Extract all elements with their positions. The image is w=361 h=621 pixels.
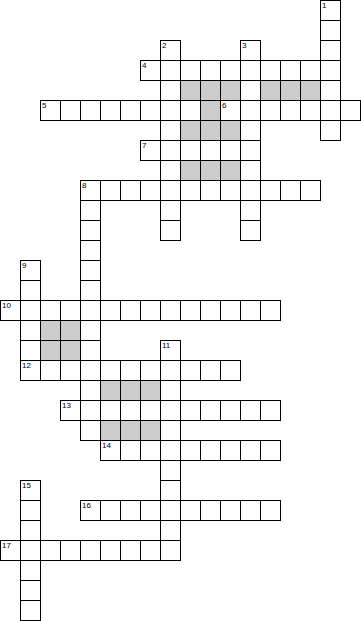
answer-cell[interactable]: 4	[140, 60, 161, 81]
answer-cell[interactable]	[80, 320, 101, 341]
answer-cell[interactable]	[320, 40, 341, 61]
answer-cell[interactable]: 9	[20, 260, 41, 281]
shaded-cell	[200, 160, 221, 181]
answer-cell[interactable]	[240, 440, 261, 461]
shaded-cell	[40, 340, 61, 361]
answer-cell[interactable]	[140, 540, 161, 561]
answer-cell[interactable]	[240, 300, 261, 321]
answer-cell[interactable]	[160, 540, 181, 561]
shaded-cell	[200, 120, 221, 141]
answer-cell[interactable]	[20, 540, 41, 561]
answer-cell[interactable]	[120, 300, 141, 321]
clue-number: 1	[322, 1, 326, 10]
answer-cell[interactable]	[220, 360, 241, 381]
answer-cell[interactable]	[80, 280, 101, 301]
shaded-cell	[40, 320, 61, 341]
answer-cell[interactable]	[100, 180, 121, 201]
clue-number: 6	[222, 101, 226, 110]
answer-cell[interactable]	[140, 440, 161, 461]
shaded-cell	[180, 80, 201, 101]
answer-cell[interactable]	[20, 500, 41, 521]
answer-cell[interactable]	[200, 400, 221, 421]
answer-cell[interactable]	[180, 360, 201, 381]
answer-cell[interactable]	[40, 300, 61, 321]
answer-cell[interactable]	[180, 500, 201, 521]
answer-cell[interactable]	[140, 300, 161, 321]
answer-cell[interactable]	[160, 400, 181, 421]
answer-cell[interactable]	[260, 300, 281, 321]
shaded-cell	[100, 380, 121, 401]
clue-number: 7	[142, 141, 146, 150]
shaded-cell	[140, 380, 161, 401]
clue-number: 5	[42, 101, 46, 110]
answer-cell[interactable]	[260, 500, 281, 521]
answer-cell[interactable]: 15	[20, 480, 41, 501]
answer-cell[interactable]: 7	[140, 140, 161, 161]
shaded-cell	[260, 80, 281, 101]
answer-cell[interactable]	[220, 140, 241, 161]
answer-cell[interactable]	[20, 300, 41, 321]
answer-cell[interactable]	[220, 60, 241, 81]
answer-cell[interactable]	[180, 180, 201, 201]
answer-cell[interactable]	[240, 120, 261, 141]
answer-cell[interactable]	[160, 300, 181, 321]
clue-number: 16	[82, 501, 91, 510]
answer-cell[interactable]	[160, 460, 181, 481]
answer-cell[interactable]: 1	[320, 0, 341, 21]
answer-cell[interactable]	[160, 480, 181, 501]
answer-cell[interactable]	[240, 400, 261, 421]
answer-cell[interactable]: 17	[0, 540, 21, 561]
answer-cell[interactable]	[340, 100, 361, 121]
answer-cell[interactable]	[120, 100, 141, 121]
answer-cell[interactable]	[80, 420, 101, 441]
answer-cell[interactable]: 12	[20, 360, 41, 381]
answer-cell[interactable]	[160, 160, 181, 181]
answer-cell[interactable]: 6	[220, 100, 241, 121]
answer-cell[interactable]	[200, 300, 221, 321]
answer-cell[interactable]: 13	[60, 400, 81, 421]
crossword-grid: 1234567891011121314151617	[0, 0, 361, 621]
answer-cell[interactable]	[20, 340, 41, 361]
answer-cell[interactable]	[140, 400, 161, 421]
answer-cell[interactable]	[180, 300, 201, 321]
answer-cell[interactable]	[60, 360, 81, 381]
clue-number: 12	[22, 361, 31, 370]
answer-cell[interactable]	[260, 60, 281, 81]
answer-cell[interactable]	[260, 440, 281, 461]
answer-cell[interactable]	[160, 420, 181, 441]
answer-cell[interactable]	[80, 360, 101, 381]
clue-number: 14	[102, 441, 111, 450]
answer-cell[interactable]	[60, 540, 81, 561]
answer-cell[interactable]	[240, 140, 261, 161]
shaded-cell	[60, 340, 81, 361]
answer-cell[interactable]	[160, 80, 181, 101]
answer-cell[interactable]	[80, 200, 101, 221]
answer-cell[interactable]	[80, 400, 101, 421]
shaded-cell	[220, 120, 241, 141]
answer-cell[interactable]	[220, 400, 241, 421]
answer-cell[interactable]	[80, 220, 101, 241]
shaded-cell	[120, 420, 141, 441]
answer-cell[interactable]	[320, 20, 341, 41]
shaded-cell	[200, 100, 221, 121]
answer-cell[interactable]	[20, 280, 41, 301]
answer-cell[interactable]	[140, 100, 161, 121]
shaded-cell	[180, 160, 201, 181]
answer-cell[interactable]	[40, 360, 61, 381]
answer-cell[interactable]	[20, 580, 41, 601]
answer-cell[interactable]	[300, 100, 321, 121]
shaded-cell	[140, 420, 161, 441]
answer-cell[interactable]	[240, 100, 261, 121]
answer-cell[interactable]	[260, 400, 281, 421]
answer-cell[interactable]	[320, 100, 341, 121]
shaded-cell	[220, 80, 241, 101]
answer-cell[interactable]	[120, 440, 141, 461]
answer-cell[interactable]	[220, 500, 241, 521]
answer-cell[interactable]	[200, 140, 221, 161]
shaded-cell	[220, 160, 241, 181]
answer-cell[interactable]	[260, 100, 281, 121]
answer-cell[interactable]: 10	[0, 300, 21, 321]
answer-cell[interactable]	[280, 180, 301, 201]
answer-cell[interactable]	[160, 100, 181, 121]
clue-number: 9	[22, 261, 26, 270]
answer-cell[interactable]	[80, 260, 101, 281]
answer-cell[interactable]	[80, 240, 101, 261]
answer-cell[interactable]	[240, 500, 261, 521]
answer-cell[interactable]	[40, 540, 61, 561]
answer-cell[interactable]	[160, 180, 181, 201]
answer-cell[interactable]	[180, 60, 201, 81]
answer-cell[interactable]	[200, 180, 221, 201]
clue-number: 8	[82, 181, 86, 190]
answer-cell[interactable]	[80, 100, 101, 121]
answer-cell[interactable]	[320, 60, 341, 81]
answer-cell[interactable]	[100, 300, 121, 321]
answer-cell[interactable]: 2	[160, 40, 181, 61]
answer-cell[interactable]: 14	[100, 440, 121, 461]
clue-number: 11	[162, 341, 170, 350]
answer-cell[interactable]	[120, 400, 141, 421]
answer-cell[interactable]	[160, 140, 181, 161]
answer-cell[interactable]	[300, 180, 321, 201]
answer-cell[interactable]	[80, 300, 101, 321]
answer-cell[interactable]: 11	[160, 340, 181, 361]
answer-cell[interactable]	[200, 360, 221, 381]
answer-cell[interactable]	[100, 540, 121, 561]
answer-cell[interactable]	[260, 180, 281, 201]
answer-cell[interactable]	[240, 160, 261, 181]
answer-cell[interactable]	[160, 60, 181, 81]
answer-cell[interactable]	[200, 60, 221, 81]
answer-cell[interactable]: 16	[80, 500, 101, 521]
answer-cell[interactable]	[20, 320, 41, 341]
shaded-cell	[60, 320, 81, 341]
shaded-cell	[120, 380, 141, 401]
answer-cell[interactable]	[140, 360, 161, 381]
answer-cell[interactable]	[180, 100, 201, 121]
clue-number: 4	[142, 61, 146, 70]
answer-cell[interactable]	[20, 520, 41, 541]
answer-cell[interactable]	[20, 600, 41, 621]
clue-number: 15	[22, 481, 31, 490]
answer-cell[interactable]	[200, 440, 221, 461]
answer-cell[interactable]	[100, 360, 121, 381]
answer-cell[interactable]	[80, 340, 101, 361]
answer-cell[interactable]: 3	[240, 40, 261, 61]
answer-cell[interactable]	[120, 540, 141, 561]
answer-cell[interactable]	[180, 440, 201, 461]
answer-cell[interactable]	[100, 500, 121, 521]
answer-cell[interactable]	[80, 540, 101, 561]
answer-cell[interactable]	[60, 300, 81, 321]
answer-cell[interactable]	[300, 60, 321, 81]
shaded-cell	[280, 80, 301, 101]
shaded-cell	[100, 420, 121, 441]
answer-cell[interactable]	[160, 440, 181, 461]
shaded-cell	[200, 80, 221, 101]
shaded-cell	[180, 120, 201, 141]
answer-cell[interactable]	[220, 300, 241, 321]
answer-cell[interactable]	[160, 520, 181, 541]
answer-cell[interactable]	[280, 60, 301, 81]
answer-cell[interactable]	[100, 100, 121, 121]
answer-cell[interactable]	[320, 120, 341, 141]
answer-cell[interactable]	[100, 400, 121, 421]
answer-cell[interactable]	[240, 220, 261, 241]
answer-cell[interactable]	[320, 80, 341, 101]
answer-cell[interactable]	[160, 120, 181, 141]
answer-cell[interactable]	[80, 380, 101, 401]
clue-number: 2	[162, 41, 166, 50]
answer-cell[interactable]	[160, 380, 181, 401]
answer-cell[interactable]	[20, 560, 41, 581]
answer-cell[interactable]	[120, 180, 141, 201]
answer-cell[interactable]	[200, 500, 221, 521]
answer-cell[interactable]	[160, 500, 181, 521]
answer-cell[interactable]	[140, 180, 161, 201]
answer-cell[interactable]	[160, 220, 181, 241]
clue-number: 17	[2, 541, 11, 550]
answer-cell[interactable]	[280, 100, 301, 121]
answer-cell[interactable]	[240, 80, 261, 101]
answer-cell[interactable]	[160, 360, 181, 381]
answer-cell[interactable]	[120, 360, 141, 381]
answer-cell[interactable]	[120, 500, 141, 521]
answer-cell[interactable]	[160, 200, 181, 221]
answer-cell[interactable]	[60, 100, 81, 121]
clue-number: 13	[62, 401, 71, 410]
clue-number: 3	[242, 41, 246, 50]
answer-cell[interactable]	[220, 180, 241, 201]
answer-cell[interactable]	[180, 400, 201, 421]
answer-cell[interactable]: 5	[40, 100, 61, 121]
answer-cell[interactable]	[240, 60, 261, 81]
answer-cell[interactable]	[140, 500, 161, 521]
clue-number: 10	[2, 301, 11, 310]
answer-cell[interactable]: 8	[80, 180, 101, 201]
shaded-cell	[300, 80, 321, 101]
answer-cell[interactable]	[240, 200, 261, 221]
answer-cell[interactable]	[220, 440, 241, 461]
answer-cell[interactable]	[240, 180, 261, 201]
answer-cell[interactable]	[180, 140, 201, 161]
